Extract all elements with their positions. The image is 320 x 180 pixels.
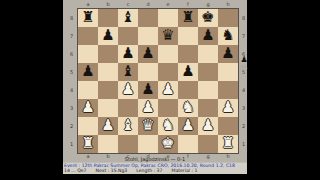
square-g1[interactable] (198, 135, 218, 153)
square-d2[interactable]: ♛ (138, 117, 158, 135)
piece-black-bishop: ♝ (118, 63, 138, 81)
rank-label-8: 8 (67, 9, 76, 27)
square-c1[interactable] (118, 135, 138, 153)
piece-black-rook: ♜ (178, 9, 198, 27)
piece-black-pawn: ♟ (198, 27, 218, 45)
square-e2[interactable]: ♞ (158, 117, 178, 135)
square-h8[interactable] (218, 9, 238, 27)
square-b4[interactable] (98, 81, 118, 99)
square-g3[interactable] (198, 99, 218, 117)
square-a4[interactable] (78, 81, 98, 99)
piece-black-pawn: ♟ (218, 45, 238, 63)
piece-white-queen: ♛ (138, 117, 158, 135)
square-b5[interactable] (98, 63, 118, 81)
square-e1[interactable]: ♚ (158, 135, 178, 153)
square-g2[interactable]: ♟ (198, 117, 218, 135)
file-label-e: e (158, 1, 178, 8)
rank-label-8: 8 (239, 9, 248, 27)
move-info-line: 14 ... Qe7 Next : 15.Ng3 Length : 37 Mat… (64, 168, 246, 174)
game-length-label: Length : 37 (136, 168, 162, 174)
square-d8[interactable] (138, 9, 158, 27)
square-e3[interactable] (158, 99, 178, 117)
square-f6[interactable] (178, 45, 198, 63)
square-a3[interactable]: ♟ (78, 99, 98, 117)
file-label-b: b (98, 1, 118, 8)
piece-white-pawn: ♟ (218, 99, 238, 117)
rank-label-5: 5 (67, 63, 76, 81)
piece-white-pawn: ♟ (118, 81, 138, 99)
rank-label-6: 6 (67, 45, 76, 63)
square-b3[interactable] (98, 99, 118, 117)
square-b6[interactable] (98, 45, 118, 63)
square-d5[interactable] (138, 63, 158, 81)
square-e4[interactable]: ♟ (158, 81, 178, 99)
piece-white-rook: ♜ (78, 135, 98, 153)
square-h4[interactable] (218, 81, 238, 99)
square-b1[interactable] (98, 135, 118, 153)
rank-label-2: 2 (239, 117, 248, 135)
game-info-box: Event : 12th Pakrac Summer Op, Pakrac CR… (63, 162, 247, 174)
rank-label-4: 4 (239, 81, 248, 99)
square-f1[interactable] (178, 135, 198, 153)
square-e5[interactable] (158, 63, 178, 81)
square-c7[interactable] (118, 27, 138, 45)
square-c8[interactable]: ♝ (118, 9, 138, 27)
square-c2[interactable]: ♝ (118, 117, 138, 135)
next-move-label: Next : 15.Ng3 (96, 168, 128, 174)
piece-black-queen: ♛ (158, 27, 178, 45)
piece-black-knight: ♞ (218, 27, 238, 45)
square-c4[interactable]: ♟ (118, 81, 138, 99)
piece-white-pawn: ♟ (198, 117, 218, 135)
piece-white-pawn: ♟ (178, 117, 198, 135)
material-label: Material : 1 (171, 168, 197, 174)
piece-black-pawn: ♟ (78, 63, 98, 81)
file-label-c: c (118, 1, 138, 8)
square-a6[interactable] (78, 45, 98, 63)
file-label-g: g (198, 1, 218, 8)
square-g6[interactable] (198, 45, 218, 63)
chess-board: ♜♝♜♚♟♛♟♞♟♟♟♟♝♟♟♟♟♟♟♞♟♟♝♛♞♟♟♜♚♜ (78, 9, 238, 153)
square-a1[interactable]: ♜ (78, 135, 98, 153)
square-f5[interactable]: ♟ (178, 63, 198, 81)
board-panel: abcdefgh 87654321 ♜♝♜♚♟♛♟♞♟♟♟♟♝♟♟♟♟♟♟♞♟♟… (63, 0, 247, 174)
rank-label-2: 2 (67, 117, 76, 135)
side-to-move-indicator: ♟ ◷ (240, 55, 248, 72)
square-b7[interactable]: ♟ (98, 27, 118, 45)
square-f4[interactable] (178, 81, 198, 99)
square-h5[interactable] (218, 63, 238, 81)
piece-white-king: ♚ (158, 135, 178, 153)
square-c5[interactable]: ♝ (118, 63, 138, 81)
square-e8[interactable] (158, 9, 178, 27)
rank-label-4: 4 (67, 81, 76, 99)
rank-label-3: 3 (67, 99, 76, 117)
square-g8[interactable]: ♚ (198, 9, 218, 27)
white-clock-icon: ◷ (240, 64, 248, 72)
square-c3[interactable] (118, 99, 138, 117)
square-h1[interactable]: ♜ (218, 135, 238, 153)
file-label-h: h (218, 1, 238, 8)
square-f2[interactable]: ♟ (178, 117, 198, 135)
piece-white-knight: ♞ (178, 99, 198, 117)
rank-label-7: 7 (67, 27, 76, 45)
piece-black-pawn: ♟ (138, 45, 158, 63)
square-a2[interactable] (78, 117, 98, 135)
square-b2[interactable]: ♟ (98, 117, 118, 135)
file-labels-top: abcdefgh (78, 1, 238, 8)
square-d3[interactable]: ♟ (138, 99, 158, 117)
captured-black-pawn-icon: ♟ (240, 55, 248, 64)
piece-black-pawn: ♟ (98, 27, 118, 45)
square-h6[interactable]: ♟ (218, 45, 238, 63)
square-f7[interactable] (178, 27, 198, 45)
square-f8[interactable]: ♜ (178, 9, 198, 27)
square-d4[interactable]: ♟ (138, 81, 158, 99)
video-frame: { "game": "chess", "position": { "fen": … (0, 0, 320, 180)
piece-white-pawn: ♟ (78, 99, 98, 117)
square-h3[interactable]: ♟ (218, 99, 238, 117)
piece-black-pawn: ♟ (178, 63, 198, 81)
piece-white-rook: ♜ (218, 135, 238, 153)
square-g4[interactable] (198, 81, 218, 99)
piece-white-knight: ♞ (158, 117, 178, 135)
piece-black-king: ♚ (198, 9, 218, 27)
square-h7[interactable]: ♞ (218, 27, 238, 45)
square-g7[interactable]: ♟ (198, 27, 218, 45)
file-label-f: f (178, 1, 198, 8)
current-move-label: 14 ... Qe7 (64, 168, 87, 174)
file-label-d: d (138, 1, 158, 8)
rank-label-1: 1 (239, 135, 248, 153)
chess-board-frame: ♜♝♜♚♟♛♟♞♟♟♟♟♝♟♟♟♟♟♟♞♟♟♝♛♞♟♟♜♚♜ (77, 8, 239, 154)
piece-white-bishop: ♝ (118, 117, 138, 135)
piece-white-pawn: ♟ (138, 99, 158, 117)
rank-label-3: 3 (239, 99, 248, 117)
square-e7[interactable]: ♛ (158, 27, 178, 45)
square-a8[interactable]: ♜ (78, 9, 98, 27)
file-label-a: a (78, 1, 98, 8)
square-h2[interactable] (218, 117, 238, 135)
square-a5[interactable]: ♟ (78, 63, 98, 81)
square-d7[interactable] (138, 27, 158, 45)
square-d6[interactable]: ♟ (138, 45, 158, 63)
rank-labels-left: 87654321 (67, 9, 76, 153)
square-e6[interactable] (158, 45, 178, 63)
square-f3[interactable]: ♞ (178, 99, 198, 117)
piece-black-pawn: ♟ (138, 81, 158, 99)
square-c6[interactable]: ♟ (118, 45, 138, 63)
piece-white-pawn: ♟ (158, 81, 178, 99)
square-a7[interactable] (78, 27, 98, 45)
piece-black-pawn: ♟ (118, 45, 138, 63)
rank-labels-right: 87654321 (239, 9, 248, 153)
piece-white-pawn: ♟ (98, 117, 118, 135)
piece-black-rook: ♜ (78, 9, 98, 27)
rank-label-7: 7 (239, 27, 248, 45)
square-b8[interactable] (98, 9, 118, 27)
rank-label-1: 1 (67, 135, 76, 153)
square-d1[interactable] (138, 135, 158, 153)
square-g5[interactable] (198, 63, 218, 81)
piece-black-bishop: ♝ (118, 9, 138, 27)
